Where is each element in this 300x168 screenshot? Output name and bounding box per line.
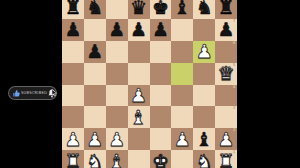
- square-f7[interactable]: [171, 19, 193, 41]
- rank-coordinate-label: 7: [233, 19, 236, 23]
- square-b6[interactable]: ♟: [84, 41, 106, 63]
- notification-bell-icon[interactable]: [48, 89, 56, 98]
- rank-coordinate-label: 4: [233, 85, 236, 89]
- square-a8[interactable]: ♜: [62, 0, 84, 19]
- square-h8[interactable]: ♜8: [215, 0, 237, 19]
- square-g3[interactable]: [193, 106, 215, 128]
- black-rook-piece[interactable]: ♜: [218, 0, 235, 17]
- rank-coordinate-label: 1: [233, 150, 236, 154]
- subscribe-label-wrap: SUBSCRIBED: [21, 86, 48, 100]
- white-pawn-piece[interactable]: ♟: [218, 129, 235, 148]
- square-h1[interactable]: ♜1: [215, 150, 237, 168]
- white-king-piece[interactable]: ♚: [152, 151, 169, 168]
- square-e8[interactable]: ♚: [150, 0, 172, 19]
- white-pawn-piece[interactable]: ♟: [196, 42, 213, 61]
- white-knight-piece[interactable]: ♞: [196, 151, 213, 168]
- black-rook-piece[interactable]: ♜: [64, 0, 81, 17]
- white-pawn-piece[interactable]: ♟: [108, 129, 125, 148]
- square-c1[interactable]: ♝: [106, 150, 128, 168]
- square-e4[interactable]: [150, 85, 172, 107]
- square-d8[interactable]: ♛: [128, 0, 150, 19]
- white-pawn-piece[interactable]: ♟: [64, 129, 81, 148]
- square-d4[interactable]: ♟: [128, 85, 150, 107]
- square-d5[interactable]: [128, 63, 150, 85]
- subscribe-pill[interactable]: SUBSCRIBED: [8, 86, 57, 100]
- subscribe-label: SUBSCRIBED: [21, 91, 47, 95]
- square-g1[interactable]: ♞: [193, 150, 215, 168]
- square-g5[interactable]: [193, 63, 215, 85]
- square-f8[interactable]: ♝: [171, 0, 193, 19]
- rank-coordinate-label: 2: [233, 128, 236, 132]
- black-pawn-piece[interactable]: ♟: [108, 20, 125, 39]
- square-a6[interactable]: [62, 41, 84, 63]
- square-h3[interactable]: 3: [215, 106, 237, 128]
- square-e2[interactable]: [150, 128, 172, 150]
- square-b2[interactable]: ♟: [84, 128, 106, 150]
- square-d2[interactable]: [128, 128, 150, 150]
- square-e7[interactable]: ♟: [150, 19, 172, 41]
- square-e6[interactable]: [150, 41, 172, 63]
- square-f4[interactable]: [171, 85, 193, 107]
- square-g6[interactable]: ♟: [193, 41, 215, 63]
- video-background: ♜♞♛♚♝♞♜8♟♟♟♟♟7♟♟6♛5♟4♝3♟♟♟♟♝♟2♜♞♝♚♞♜1 SU…: [0, 0, 300, 168]
- square-c5[interactable]: [106, 63, 128, 85]
- square-h6[interactable]: 6: [215, 41, 237, 63]
- chess-board: ♜♞♛♚♝♞♜8♟♟♟♟♟7♟♟6♛5♟4♝3♟♟♟♟♝♟2♜♞♝♚♞♜1: [62, 0, 237, 168]
- square-c4[interactable]: [106, 85, 128, 107]
- black-knight-piece[interactable]: ♞: [196, 0, 213, 17]
- square-e1[interactable]: ♚: [150, 150, 172, 168]
- white-rook-piece[interactable]: ♜: [64, 151, 81, 168]
- black-knight-piece[interactable]: ♞: [86, 0, 103, 17]
- white-pawn-piece[interactable]: ♟: [174, 129, 191, 148]
- white-bishop-piece[interactable]: ♝: [108, 151, 125, 168]
- rank-coordinate-label: 8: [233, 0, 236, 1]
- square-e3[interactable]: [150, 106, 172, 128]
- black-pawn-piece[interactable]: ♟: [152, 20, 169, 39]
- square-d6[interactable]: [128, 41, 150, 63]
- square-d1[interactable]: [128, 150, 150, 168]
- black-pawn-piece[interactable]: ♟: [86, 42, 103, 61]
- square-g2[interactable]: ♝: [193, 128, 215, 150]
- square-d3[interactable]: ♝: [128, 106, 150, 128]
- square-c3[interactable]: [106, 106, 128, 128]
- square-a1[interactable]: ♜: [62, 150, 84, 168]
- black-pawn-piece[interactable]: ♟: [130, 20, 147, 39]
- square-d7[interactable]: ♟: [128, 19, 150, 41]
- square-c6[interactable]: [106, 41, 128, 63]
- pointer-cursor-icon: [51, 82, 58, 101]
- black-bishop-piece[interactable]: ♝: [196, 129, 213, 148]
- square-a3[interactable]: [62, 106, 84, 128]
- square-a2[interactable]: ♟: [62, 128, 84, 150]
- square-h7[interactable]: ♟7: [215, 19, 237, 41]
- rank-coordinate-label: 3: [233, 106, 236, 110]
- square-g7[interactable]: [193, 19, 215, 41]
- black-bishop-piece[interactable]: ♝: [174, 0, 191, 17]
- square-b8[interactable]: ♞: [84, 0, 106, 19]
- square-b7[interactable]: [84, 19, 106, 41]
- square-g4[interactable]: [193, 85, 215, 107]
- square-a7[interactable]: ♟: [62, 19, 84, 41]
- square-f2[interactable]: ♟: [171, 128, 193, 150]
- square-b4[interactable]: [84, 85, 106, 107]
- square-h4[interactable]: 4: [215, 85, 237, 107]
- black-pawn-piece[interactable]: ♟: [64, 20, 81, 39]
- white-pawn-piece[interactable]: ♟: [130, 85, 147, 104]
- white-knight-piece[interactable]: ♞: [86, 151, 103, 168]
- thumbs-up-icon[interactable]: [13, 90, 20, 97]
- square-h5[interactable]: ♛5: [215, 63, 237, 85]
- square-f6[interactable]: [171, 41, 193, 63]
- square-f1[interactable]: [171, 150, 193, 168]
- square-e5[interactable]: [150, 63, 172, 85]
- square-a5[interactable]: [62, 63, 84, 85]
- square-c2[interactable]: ♟: [106, 128, 128, 150]
- square-c7[interactable]: ♟: [106, 19, 128, 41]
- square-h2[interactable]: ♟2: [215, 128, 237, 150]
- square-c8[interactable]: [106, 0, 128, 19]
- white-bishop-piece[interactable]: ♝: [130, 107, 147, 126]
- square-f3[interactable]: [171, 106, 193, 128]
- square-a4[interactable]: [62, 85, 84, 107]
- square-b3[interactable]: [84, 106, 106, 128]
- black-king-piece[interactable]: ♚: [152, 0, 169, 17]
- square-g8[interactable]: ♞: [193, 0, 215, 19]
- white-pawn-piece[interactable]: ♟: [86, 129, 103, 148]
- rank-coordinate-label: 5: [233, 63, 236, 67]
- square-b1[interactable]: ♞: [84, 150, 106, 168]
- square-f5[interactable]: [171, 63, 193, 85]
- rank-coordinate-label: 6: [233, 41, 236, 45]
- black-queen-piece[interactable]: ♛: [130, 0, 147, 17]
- square-b5[interactable]: [84, 63, 106, 85]
